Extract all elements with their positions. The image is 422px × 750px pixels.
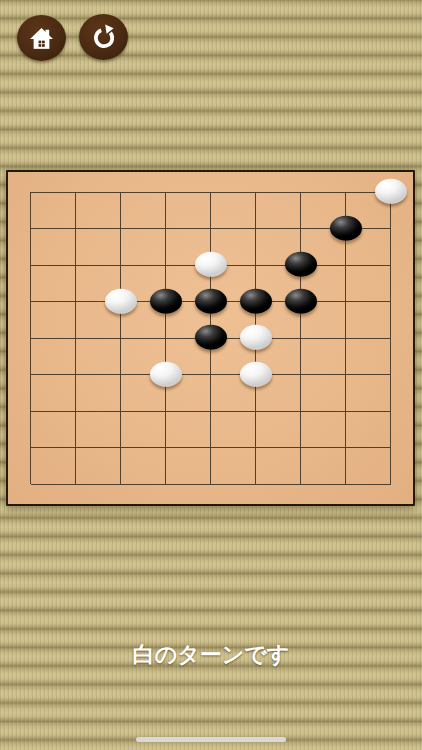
board-cell-c7-r1[interactable] <box>278 174 323 211</box>
board-cell-c4-r9[interactable] <box>143 466 188 503</box>
board-cell-c9-r9[interactable] <box>368 466 413 503</box>
board-cell-c2-r1[interactable] <box>53 174 98 211</box>
board-grid[interactable] <box>8 174 413 503</box>
board-cell-c8-r8[interactable] <box>323 430 368 467</box>
board-cell-c5-r3[interactable] <box>188 247 233 284</box>
board-cell-c9-r5[interactable] <box>368 320 413 357</box>
board-cell-c1-r5[interactable] <box>8 320 53 357</box>
board-cell-c5-r2[interactable] <box>188 211 233 248</box>
board-cell-c7-r5[interactable] <box>278 320 323 357</box>
home-button[interactable] <box>17 15 66 61</box>
board-cell-c3-r8[interactable] <box>98 430 143 467</box>
board-cell-c6-r1[interactable] <box>233 174 278 211</box>
board-cell-c8-r9[interactable] <box>323 466 368 503</box>
board-cell-c2-r7[interactable] <box>53 393 98 430</box>
board-cell-c2-r6[interactable] <box>53 357 98 394</box>
board-cell-c9-r1[interactable] <box>368 174 413 211</box>
board-cell-c4-r1[interactable] <box>143 174 188 211</box>
go-board <box>6 170 415 506</box>
board-cell-c5-r9[interactable] <box>188 466 233 503</box>
white-stone <box>240 362 272 387</box>
black-stone <box>330 216 362 241</box>
board-cell-c1-r3[interactable] <box>8 247 53 284</box>
board-cell-c3-r4[interactable] <box>98 284 143 321</box>
black-stone <box>285 252 317 277</box>
board-cell-c8-r3[interactable] <box>323 247 368 284</box>
board-cell-c8-r7[interactable] <box>323 393 368 430</box>
board-cell-c4-r7[interactable] <box>143 393 188 430</box>
board-cell-c4-r8[interactable] <box>143 430 188 467</box>
board-cell-c4-r5[interactable] <box>143 320 188 357</box>
app-screen: 白のターンです <box>0 0 422 750</box>
board-cell-c5-r5[interactable] <box>188 320 233 357</box>
board-cell-c6-r2[interactable] <box>233 211 278 248</box>
board-cell-c1-r4[interactable] <box>8 284 53 321</box>
board-cell-c3-r3[interactable] <box>98 247 143 284</box>
board-cell-c7-r2[interactable] <box>278 211 323 248</box>
board-cell-c4-r4[interactable] <box>143 284 188 321</box>
white-stone <box>240 325 272 350</box>
board-cell-c3-r9[interactable] <box>98 466 143 503</box>
board-cell-c4-r6[interactable] <box>143 357 188 394</box>
reset-button[interactable] <box>79 14 128 60</box>
board-cell-c8-r5[interactable] <box>323 320 368 357</box>
board-cell-c3-r6[interactable] <box>98 357 143 394</box>
board-cell-c7-r3[interactable] <box>278 247 323 284</box>
board-cell-c6-r4[interactable] <box>233 284 278 321</box>
board-cell-c2-r8[interactable] <box>53 430 98 467</box>
board-cell-c9-r3[interactable] <box>368 247 413 284</box>
board-cell-c6-r5[interactable] <box>233 320 278 357</box>
white-stone <box>375 179 407 204</box>
board-cell-c7-r8[interactable] <box>278 430 323 467</box>
home-indicator-bar <box>136 737 286 742</box>
black-stone <box>150 289 182 314</box>
board-cell-c2-r2[interactable] <box>53 211 98 248</box>
board-cell-c3-r5[interactable] <box>98 320 143 357</box>
board-cell-c6-r7[interactable] <box>233 393 278 430</box>
board-cell-c6-r9[interactable] <box>233 466 278 503</box>
board-cell-c9-r7[interactable] <box>368 393 413 430</box>
board-cell-c8-r4[interactable] <box>323 284 368 321</box>
white-stone <box>105 289 137 314</box>
board-cell-c1-r9[interactable] <box>8 466 53 503</box>
black-stone <box>285 289 317 314</box>
board-cell-c2-r3[interactable] <box>53 247 98 284</box>
board-cell-c9-r8[interactable] <box>368 430 413 467</box>
board-cell-c7-r6[interactable] <box>278 357 323 394</box>
board-cell-c6-r3[interactable] <box>233 247 278 284</box>
board-cell-c8-r2[interactable] <box>323 211 368 248</box>
board-cell-c3-r7[interactable] <box>98 393 143 430</box>
board-cell-c7-r9[interactable] <box>278 466 323 503</box>
board-cell-c1-r8[interactable] <box>8 430 53 467</box>
board-cell-c5-r8[interactable] <box>188 430 233 467</box>
board-cell-c7-r4[interactable] <box>278 284 323 321</box>
board-cell-c1-r7[interactable] <box>8 393 53 430</box>
board-cell-c9-r2[interactable] <box>368 211 413 248</box>
board-cell-c2-r5[interactable] <box>53 320 98 357</box>
board-cell-c8-r6[interactable] <box>323 357 368 394</box>
board-cell-c5-r7[interactable] <box>188 393 233 430</box>
board-cell-c9-r4[interactable] <box>368 284 413 321</box>
reset-arrow-icon <box>90 23 118 51</box>
board-cell-c5-r1[interactable] <box>188 174 233 211</box>
status-text: 白のターンです <box>0 643 422 667</box>
board-cell-c6-r8[interactable] <box>233 430 278 467</box>
board-cell-c3-r1[interactable] <box>98 174 143 211</box>
board-cell-c1-r1[interactable] <box>8 174 53 211</box>
white-stone <box>150 362 182 387</box>
white-stone <box>195 252 227 277</box>
black-stone <box>240 289 272 314</box>
home-icon <box>28 25 55 52</box>
board-cell-c2-r9[interactable] <box>53 466 98 503</box>
board-cell-c5-r6[interactable] <box>188 357 233 394</box>
board-cell-c7-r7[interactable] <box>278 393 323 430</box>
board-cell-c1-r2[interactable] <box>8 211 53 248</box>
board-cell-c2-r4[interactable] <box>53 284 98 321</box>
board-cell-c6-r6[interactable] <box>233 357 278 394</box>
black-stone <box>195 289 227 314</box>
board-cell-c9-r6[interactable] <box>368 357 413 394</box>
board-cell-c3-r2[interactable] <box>98 211 143 248</box>
black-stone <box>195 325 227 350</box>
board-cell-c5-r4[interactable] <box>188 284 233 321</box>
board-cell-c4-r3[interactable] <box>143 247 188 284</box>
board-cell-c8-r1[interactable] <box>323 174 368 211</box>
board-cell-c1-r6[interactable] <box>8 357 53 394</box>
board-cell-c4-r2[interactable] <box>143 211 188 248</box>
